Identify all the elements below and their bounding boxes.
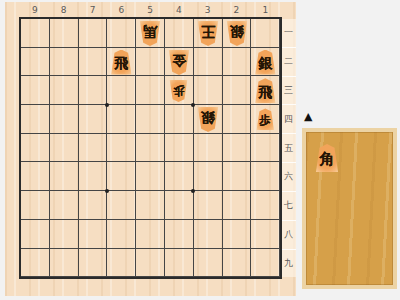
rank-label-6: 六	[281, 163, 296, 192]
sente-turn-indicator: ▲	[304, 111, 312, 123]
rank-label-9: 九	[281, 250, 296, 278]
rank-label-2: 二	[281, 48, 296, 77]
file-label-4: 4	[164, 4, 193, 17]
shogi-app-window: 987654321 一二三四五六七八九 馬王銀飛金銀歩飛銀歩 ▲ 角	[0, 0, 400, 300]
rank-label-7: 七	[281, 192, 296, 221]
file-label-9: 9	[21, 4, 50, 17]
file-label-8: 8	[49, 4, 78, 17]
shogi-board-grid[interactable]	[19, 17, 282, 279]
rank-label-4: 四	[281, 105, 296, 134]
file-labels: 987654321	[21, 4, 280, 17]
shogi-board-panel: 987654321 一二三四五六七八九 馬王銀飛金銀歩飛銀歩	[5, 2, 296, 296]
rank-label-3: 三	[281, 77, 296, 106]
file-label-1: 1	[251, 4, 280, 17]
rank-labels: 一二三四五六七八九	[281, 19, 296, 277]
file-label-3: 3	[193, 4, 222, 17]
star-point	[105, 103, 109, 107]
rank-label-8: 八	[281, 221, 296, 250]
rank-label-1: 一	[281, 19, 296, 48]
file-label-5: 5	[136, 4, 165, 17]
rank-label-5: 五	[281, 134, 296, 163]
file-label-7: 7	[78, 4, 107, 17]
hand-piece-sente-bishop[interactable]: 角	[315, 144, 339, 172]
file-label-2: 2	[222, 4, 251, 17]
sente-komadai-piece-stand[interactable]: 角	[302, 128, 397, 289]
file-label-6: 6	[107, 4, 136, 17]
